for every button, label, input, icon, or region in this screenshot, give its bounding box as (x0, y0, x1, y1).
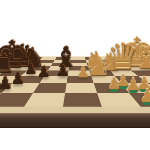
piece-dark-pawn-5[interactable]: ♟ (56, 64, 69, 79)
piece-light-pawn-6[interactable]: ♟ (139, 87, 150, 105)
piece-light-pawn-2[interactable]: ♟ (107, 76, 121, 92)
piece-dark-pawn-2[interactable]: ♟ (11, 71, 25, 87)
piece-dark-pawn-3[interactable]: ♟ (25, 62, 38, 76)
piece-dark-pawn-1[interactable]: ♟ (0, 75, 13, 92)
chess-set-photo: Wooden chess set on a walnut and maple b… (0, 0, 150, 150)
piece-layer: ♜♚♛♞♝♟♟♟♟♟♟♞♞♛♚♝♜♟♟♟♟♟ (0, 0, 150, 150)
piece-dark-pawn-4[interactable]: ♟ (37, 65, 50, 80)
